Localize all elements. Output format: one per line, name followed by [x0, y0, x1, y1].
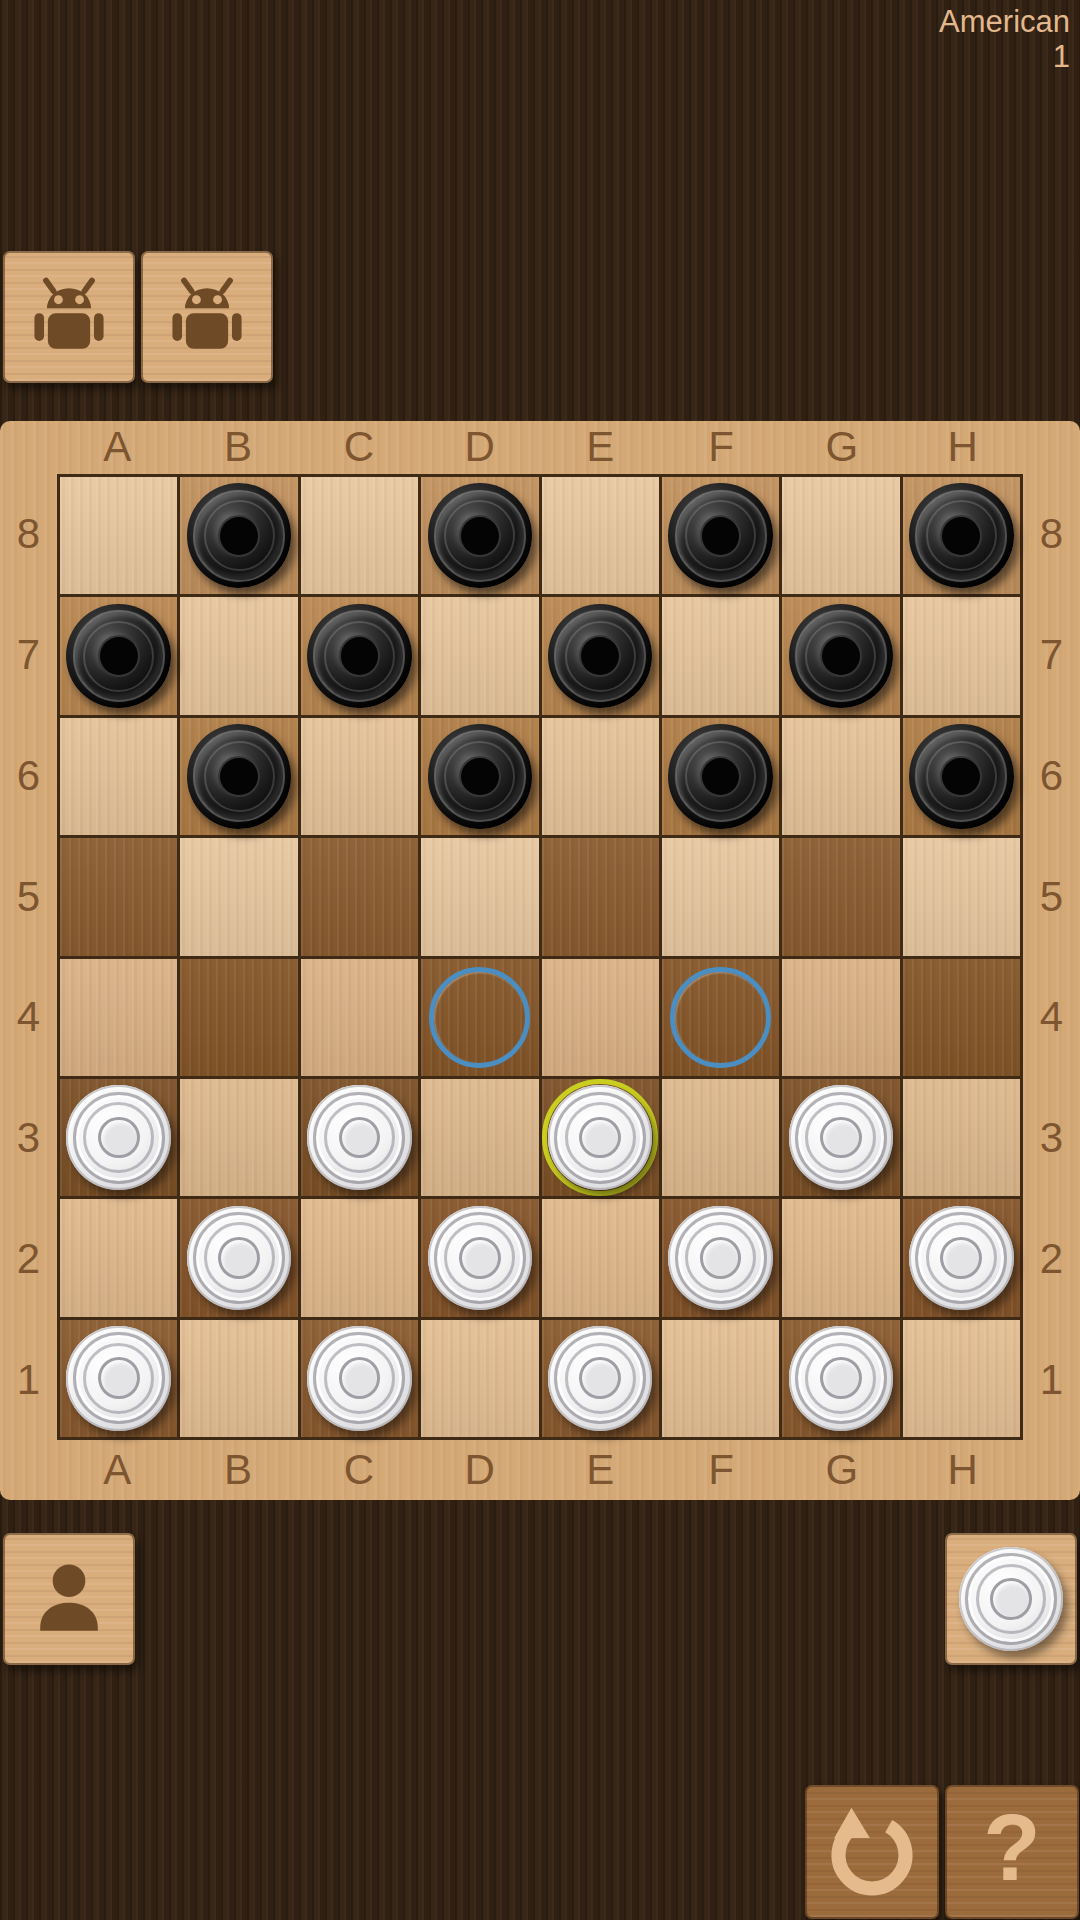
white-piece-H2[interactable]	[909, 1206, 1013, 1310]
square-A4[interactable]	[60, 959, 177, 1076]
col-label-bottom-A: A	[57, 1440, 178, 1500]
square-D6[interactable]	[421, 718, 538, 835]
square-H2[interactable]	[903, 1199, 1020, 1316]
square-E2[interactable]	[542, 1199, 659, 1316]
square-C4[interactable]	[301, 959, 418, 1076]
black-player-bot-button-1[interactable]	[3, 251, 135, 383]
square-B5[interactable]	[180, 838, 297, 955]
piece-detail	[820, 1357, 862, 1399]
square-G7[interactable]	[782, 597, 899, 714]
square-B1[interactable]	[180, 1320, 297, 1437]
square-H7[interactable]	[903, 597, 1020, 714]
col-label-top-A: A	[57, 419, 178, 475]
col-label-bottom-C: C	[299, 1440, 420, 1500]
square-B6[interactable]	[180, 718, 297, 835]
header: American 1	[939, 4, 1070, 74]
human-player-button[interactable]	[3, 1533, 135, 1665]
row-label-right-4: 4	[1023, 957, 1080, 1078]
black-piece-H8[interactable]	[909, 483, 1013, 587]
undo-rotate-ccw-icon	[818, 1798, 926, 1906]
square-E1[interactable]	[542, 1320, 659, 1437]
piece-detail	[218, 756, 260, 798]
col-label-top-F: F	[661, 419, 782, 475]
white-piece-C1[interactable]	[307, 1326, 411, 1430]
square-E5[interactable]	[542, 838, 659, 955]
black-piece-D8[interactable]	[428, 483, 532, 587]
white-piece-E1[interactable]	[548, 1326, 652, 1430]
black-piece-E7[interactable]	[548, 604, 652, 708]
piece-detail	[98, 635, 140, 677]
board-column-labels-top: ABCDEFGH	[57, 419, 1023, 475]
square-E8[interactable]	[542, 477, 659, 594]
square-B4[interactable]	[180, 959, 297, 1076]
square-H3[interactable]	[903, 1079, 1020, 1196]
white-piece-D2[interactable]	[428, 1206, 532, 1310]
turn-indicator[interactable]	[945, 1533, 1077, 1665]
row-label-right-6: 6	[1023, 716, 1080, 837]
black-piece-C7[interactable]	[307, 604, 411, 708]
black-piece-B6[interactable]	[187, 724, 291, 828]
col-label-bottom-F: F	[661, 1440, 782, 1500]
game-mode-label: American	[939, 4, 1070, 39]
square-D7[interactable]	[421, 597, 538, 714]
board-grid	[57, 474, 1023, 1440]
row-label-right-8: 8	[1023, 474, 1080, 595]
square-C7[interactable]	[301, 597, 418, 714]
white-piece-C3[interactable]	[307, 1085, 411, 1189]
square-A2[interactable]	[60, 1199, 177, 1316]
col-label-top-D: D	[419, 419, 540, 475]
move-counter: 1	[939, 39, 1070, 74]
square-H5[interactable]	[903, 838, 1020, 955]
black-piece-D6[interactable]	[428, 724, 532, 828]
square-F6[interactable]	[662, 718, 779, 835]
white-piece-G1[interactable]	[789, 1326, 893, 1430]
white-piece[interactable]	[959, 1547, 1063, 1651]
white-piece-E3[interactable]	[548, 1085, 652, 1189]
square-E6[interactable]	[542, 718, 659, 835]
move-hint-ring	[429, 967, 530, 1068]
square-F5[interactable]	[662, 838, 779, 955]
piece-detail	[820, 635, 862, 677]
help-button[interactable]: ?	[945, 1785, 1079, 1919]
piece-detail	[459, 1237, 501, 1279]
square-E4[interactable]	[542, 959, 659, 1076]
square-B7[interactable]	[180, 597, 297, 714]
black-piece-H6[interactable]	[909, 724, 1013, 828]
col-label-top-E: E	[540, 419, 661, 475]
square-F8[interactable]	[662, 477, 779, 594]
board-row-labels-left: 87654321	[0, 474, 57, 1440]
row-label-right-1: 1	[1023, 1319, 1080, 1440]
square-C1[interactable]	[301, 1320, 418, 1437]
undo-button[interactable]	[805, 1785, 939, 1919]
col-label-bottom-G: G	[782, 1440, 903, 1500]
square-G4[interactable]	[782, 959, 899, 1076]
black-piece-B8[interactable]	[187, 483, 291, 587]
square-C5[interactable]	[301, 838, 418, 955]
square-G6[interactable]	[782, 718, 899, 835]
square-B3[interactable]	[180, 1079, 297, 1196]
square-D3[interactable]	[421, 1079, 538, 1196]
square-A3[interactable]	[60, 1079, 177, 1196]
square-H6[interactable]	[903, 718, 1020, 835]
col-label-top-G: G	[782, 419, 903, 475]
piece-detail	[459, 515, 501, 557]
piece-detail	[700, 515, 742, 557]
col-label-top-C: C	[299, 419, 420, 475]
square-C8[interactable]	[301, 477, 418, 594]
square-D4[interactable]	[421, 959, 538, 1076]
piece-detail	[98, 1117, 140, 1159]
square-F2[interactable]	[662, 1199, 779, 1316]
black-piece-G7[interactable]	[789, 604, 893, 708]
black-piece-A7[interactable]	[66, 604, 170, 708]
row-label-right-2: 2	[1023, 1199, 1080, 1320]
row-label-left-8: 8	[0, 474, 57, 595]
piece-detail	[940, 515, 982, 557]
piece-detail	[820, 1117, 862, 1159]
board-column-labels-bottom: ABCDEFGH	[57, 1440, 1023, 1500]
square-C6[interactable]	[301, 718, 418, 835]
square-G2[interactable]	[782, 1199, 899, 1316]
white-piece-A1[interactable]	[66, 1326, 170, 1430]
row-label-left-2: 2	[0, 1199, 57, 1320]
board-row-labels-right: 87654321	[1023, 474, 1080, 1440]
col-label-top-H: H	[902, 419, 1023, 475]
piece-detail	[940, 1237, 982, 1279]
question-mark-icon: ?	[983, 1801, 1040, 1895]
piece-detail	[700, 1237, 742, 1279]
square-F7[interactable]	[662, 597, 779, 714]
square-B8[interactable]	[180, 477, 297, 594]
piece-detail	[990, 1578, 1032, 1620]
black-piece-F8[interactable]	[668, 483, 772, 587]
col-label-bottom-H: H	[902, 1440, 1023, 1500]
piece-detail	[579, 1357, 621, 1399]
row-label-left-7: 7	[0, 595, 57, 716]
square-H8[interactable]	[903, 477, 1020, 594]
square-C3[interactable]	[301, 1079, 418, 1196]
square-E3[interactable]	[542, 1079, 659, 1196]
white-piece-A3[interactable]	[66, 1085, 170, 1189]
piece-detail	[339, 635, 381, 677]
square-D2[interactable]	[421, 1199, 538, 1316]
android-robot-icon	[159, 269, 255, 365]
row-label-right-5: 5	[1023, 836, 1080, 957]
board: ABCDEFGH 87654321 87654321 ABCDEFGH	[0, 421, 1080, 1500]
row-label-left-6: 6	[0, 716, 57, 837]
square-G3[interactable]	[782, 1079, 899, 1196]
android-robot-icon	[21, 269, 117, 365]
square-A5[interactable]	[60, 838, 177, 955]
col-label-bottom-E: E	[540, 1440, 661, 1500]
square-D5[interactable]	[421, 838, 538, 955]
piece-detail	[218, 515, 260, 557]
square-D1[interactable]	[421, 1320, 538, 1437]
square-G5[interactable]	[782, 838, 899, 955]
row-label-left-4: 4	[0, 957, 57, 1078]
app-screen: American 1	[0, 0, 1080, 1920]
square-F1[interactable]	[662, 1320, 779, 1437]
square-H1[interactable]	[903, 1320, 1020, 1437]
piece-detail	[218, 1237, 260, 1279]
black-player-bot-button-2[interactable]	[141, 251, 273, 383]
black-piece-F6[interactable]	[668, 724, 772, 828]
row-label-left-1: 1	[0, 1319, 57, 1440]
square-A8[interactable]	[60, 477, 177, 594]
person-icon	[21, 1551, 117, 1647]
col-label-bottom-B: B	[178, 1440, 299, 1500]
square-C2[interactable]	[301, 1199, 418, 1316]
square-E7[interactable]	[542, 597, 659, 714]
square-H4[interactable]	[903, 959, 1020, 1076]
square-A6[interactable]	[60, 718, 177, 835]
square-A1[interactable]	[60, 1320, 177, 1437]
square-G8[interactable]	[782, 477, 899, 594]
col-label-bottom-D: D	[419, 1440, 540, 1500]
row-label-right-3: 3	[1023, 1078, 1080, 1199]
white-piece-G3[interactable]	[789, 1085, 893, 1189]
square-G1[interactable]	[782, 1320, 899, 1437]
square-D8[interactable]	[421, 477, 538, 594]
square-B2[interactable]	[180, 1199, 297, 1316]
piece-detail	[579, 635, 621, 677]
square-F3[interactable]	[662, 1079, 779, 1196]
square-A7[interactable]	[60, 597, 177, 714]
white-piece-F2[interactable]	[668, 1206, 772, 1310]
col-label-top-B: B	[178, 419, 299, 475]
square-F4[interactable]	[662, 959, 779, 1076]
piece-detail	[98, 1357, 140, 1399]
row-label-right-7: 7	[1023, 595, 1080, 716]
piece-detail	[459, 756, 501, 798]
bot-buttons	[3, 251, 273, 383]
row-label-left-5: 5	[0, 836, 57, 957]
row-label-left-3: 3	[0, 1078, 57, 1199]
move-hint-ring	[670, 967, 771, 1068]
white-piece-B2[interactable]	[187, 1206, 291, 1310]
